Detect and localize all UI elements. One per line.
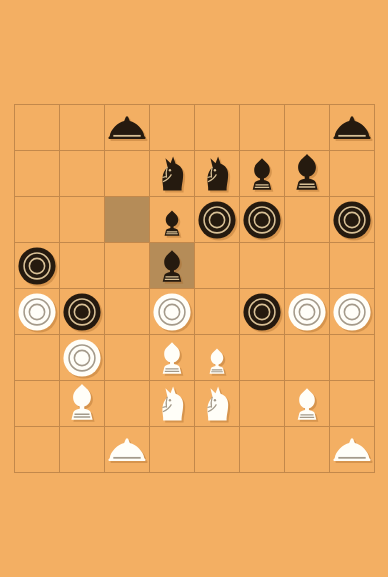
square-h4[interactable] [330,289,375,335]
square-d1[interactable] [150,427,195,473]
square-h2[interactable] [330,381,375,427]
square-c6[interactable] [105,197,150,243]
square-h5[interactable] [330,243,375,289]
square-e3[interactable] [195,335,240,381]
square-f3[interactable] [240,335,285,381]
piece-black-bia-pawn[interactable] [195,197,239,242]
square-a4[interactable] [15,289,60,335]
square-f2[interactable] [240,381,285,427]
piece-black-ruea-rook[interactable] [105,105,149,150]
piece-black-khon-bishop[interactable] [150,243,194,288]
square-e1[interactable] [195,427,240,473]
piece-black-bia-pawn[interactable] [240,289,284,334]
square-a5[interactable] [15,243,60,289]
square-g1[interactable] [285,427,330,473]
piece-black-bia-pawn[interactable] [330,197,374,242]
square-g3[interactable] [285,335,330,381]
piece-white-bia-pawn[interactable] [15,289,59,334]
piece-white-ma-knight[interactable] [195,381,239,426]
square-d2[interactable] [150,381,195,427]
piece-white-bia-pawn[interactable] [60,335,104,380]
square-e7[interactable] [195,151,240,197]
square-d7[interactable] [150,151,195,197]
piece-white-bia-pawn[interactable] [150,289,194,334]
square-h1[interactable] [330,427,375,473]
piece-black-bia-pawn[interactable] [60,289,104,334]
square-b2[interactable] [60,381,105,427]
piece-white-ma-knight[interactable] [150,381,194,426]
square-d5[interactable] [150,243,195,289]
piece-black-bia-pawn[interactable] [15,243,59,288]
square-a3[interactable] [15,335,60,381]
square-b1[interactable] [60,427,105,473]
square-b8[interactable] [60,105,105,151]
piece-black-ma-knight[interactable] [150,151,194,196]
piece-white-khun-king[interactable] [60,381,104,426]
makruk-board [14,104,375,473]
square-h7[interactable] [330,151,375,197]
square-h6[interactable] [330,197,375,243]
square-f5[interactable] [240,243,285,289]
square-e2[interactable] [195,381,240,427]
makruk-app-screen [0,0,388,577]
square-b6[interactable] [60,197,105,243]
square-b7[interactable] [60,151,105,197]
square-c5[interactable] [105,243,150,289]
piece-black-met-queen[interactable] [150,197,194,242]
piece-white-met-queen[interactable] [195,335,239,380]
square-c1[interactable] [105,427,150,473]
app-background: { "game": "Makruk (Thai chess)", "board"… [0,0,388,577]
piece-black-ruea-rook[interactable] [330,105,374,150]
piece-white-khon-bishop[interactable] [285,381,329,426]
square-g8[interactable] [285,105,330,151]
square-h8[interactable] [330,105,375,151]
square-g6[interactable] [285,197,330,243]
square-a1[interactable] [15,427,60,473]
square-d4[interactable] [150,289,195,335]
piece-black-ma-knight[interactable] [195,151,239,196]
square-f6[interactable] [240,197,285,243]
square-f8[interactable] [240,105,285,151]
piece-white-ruea-rook[interactable] [330,427,374,472]
piece-black-khon-bishop[interactable] [240,151,284,196]
square-h3[interactable] [330,335,375,381]
square-c3[interactable] [105,335,150,381]
square-f7[interactable] [240,151,285,197]
piece-black-bia-pawn[interactable] [240,197,284,242]
square-a2[interactable] [15,381,60,427]
piece-white-ruea-rook[interactable] [105,427,149,472]
square-a7[interactable] [15,151,60,197]
square-c2[interactable] [105,381,150,427]
piece-white-khon-bishop[interactable] [150,335,194,380]
square-e6[interactable] [195,197,240,243]
square-e8[interactable] [195,105,240,151]
square-g2[interactable] [285,381,330,427]
square-c4[interactable] [105,289,150,335]
square-b3[interactable] [60,335,105,381]
square-g4[interactable] [285,289,330,335]
square-c8[interactable] [105,105,150,151]
square-a8[interactable] [15,105,60,151]
piece-white-bia-pawn[interactable] [285,289,329,334]
square-a6[interactable] [15,197,60,243]
square-c7[interactable] [105,151,150,197]
square-e5[interactable] [195,243,240,289]
square-g7[interactable] [285,151,330,197]
square-b5[interactable] [60,243,105,289]
square-d8[interactable] [150,105,195,151]
piece-white-bia-pawn[interactable] [330,289,374,334]
square-f4[interactable] [240,289,285,335]
square-e4[interactable] [195,289,240,335]
square-d6[interactable] [150,197,195,243]
square-g5[interactable] [285,243,330,289]
piece-black-khun-king[interactable] [285,151,329,196]
square-d3[interactable] [150,335,195,381]
square-f1[interactable] [240,427,285,473]
square-b4[interactable] [60,289,105,335]
